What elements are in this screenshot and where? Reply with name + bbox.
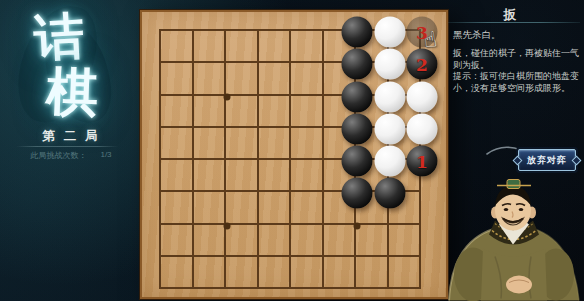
- white-stone: [374, 17, 405, 48]
- black-stone: [342, 49, 373, 80]
- left-panel-divider: [16, 146, 118, 147]
- attempts-value: 1/3: [100, 150, 111, 161]
- star-point: [354, 222, 361, 229]
- attempts-row: 此局挑战次数： 1/3: [10, 150, 132, 161]
- white-stone: [407, 81, 438, 112]
- forfeit-button[interactable]: 放弃对弈: [518, 149, 576, 171]
- move-number-2: 2: [407, 49, 438, 80]
- calligraphy-title-char-2: 棋: [45, 57, 99, 129]
- go-board[interactable]: 123 ☝: [140, 10, 448, 299]
- white-stone: [374, 49, 405, 80]
- definition-text: 扳，碰住的棋子，再被贴住一气则为扳。: [453, 48, 584, 71]
- black-stone: [374, 178, 405, 209]
- white-stone: [374, 146, 405, 177]
- game-screen: 诘 棋 第二局 此局挑战次数： 1/3 123 ☝ 扳 黑先杀白。 扳，碰住的棋…: [0, 0, 584, 301]
- black-stone: [342, 81, 373, 112]
- star-point: [224, 93, 231, 100]
- white-stone: [374, 113, 405, 144]
- star-point: [224, 222, 231, 229]
- hint-text: 提示：扳可使白棋所围的地盘变小，没有足够空间形成眼形。: [453, 71, 584, 94]
- forfeit-button-label: 放弃对弈: [527, 154, 567, 167]
- white-stone: [407, 113, 438, 144]
- stones-layer: 123: [142, 12, 446, 297]
- black-stone: [342, 146, 373, 177]
- objective-text: 黑先杀白。: [453, 29, 583, 42]
- black-stone: [342, 17, 373, 48]
- round-label: 第二局: [10, 128, 130, 145]
- attempts-label: 此局挑战次数：: [30, 150, 86, 161]
- black-stone: [342, 178, 373, 209]
- black-stone: [342, 113, 373, 144]
- right-panel-divider: [448, 22, 580, 23]
- white-stone: [374, 81, 405, 112]
- move-number-1: 1: [407, 146, 438, 177]
- npc-portrait: [443, 178, 584, 301]
